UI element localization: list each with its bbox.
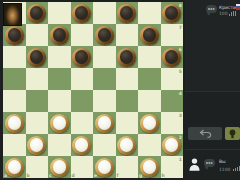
piece-core [75,50,88,63]
square-g2[interactable] [138,134,161,156]
square-h5[interactable]: 5 [161,68,184,90]
square-d8[interactable] [71,2,94,24]
you-avatar[interactable] [189,156,200,169]
rank-label-6: 6 [179,47,182,52]
square-c3[interactable] [48,112,71,134]
dark-piece-d8[interactable] [72,4,91,23]
square-b8[interactable] [26,2,49,24]
square-f7[interactable] [116,24,139,46]
square-e5[interactable] [93,68,116,90]
square-c5[interactable] [48,68,71,90]
square-h2[interactable]: 2 [161,134,184,156]
square-f8[interactable] [116,2,139,24]
flag-icon [236,4,240,10]
checkers-board: 8765432abcdefgh1 [3,2,183,178]
square-g7[interactable] [138,24,161,46]
light-piece-g1[interactable] [140,158,159,177]
piece-core [30,138,43,151]
dark-piece-h8[interactable] [162,4,181,23]
square-f4[interactable] [116,90,139,112]
square-h6[interactable]: 6 [161,46,184,68]
square-e4[interactable] [93,90,116,112]
square-a4[interactable] [3,90,26,112]
piece-core [120,50,133,63]
light-piece-a3[interactable] [5,114,24,133]
square-a1[interactable]: a [3,156,26,178]
piece-core [30,50,43,63]
dark-piece-e7[interactable] [95,26,114,45]
piece-core [165,138,178,151]
square-b6[interactable] [26,46,49,68]
square-f6[interactable] [116,46,139,68]
square-a6[interactable] [3,46,26,68]
rank-label-1: 1 [179,157,182,162]
light-piece-c1[interactable] [50,158,69,177]
square-d3[interactable] [71,112,94,134]
rank-label-5: 5 [179,69,182,74]
square-c7[interactable] [48,24,71,46]
piece-core [53,28,66,41]
opponent-chat-bubble-icon[interactable] [206,5,217,13]
square-a5[interactable] [3,68,26,90]
rank-label-7: 7 [179,25,182,30]
square-e3[interactable] [93,112,116,134]
divider [185,91,240,92]
rank-label-3: 3 [179,113,182,118]
sidebar [185,0,240,180]
undo-move-button[interactable] [188,127,222,140]
light-piece-e1[interactable] [95,158,114,177]
square-h8[interactable]: 8 [161,2,184,24]
square-e2[interactable] [93,134,116,156]
light-piece-f2[interactable] [117,136,136,155]
square-b3[interactable] [26,112,49,134]
square-g5[interactable] [138,68,161,90]
piece-core [98,28,111,41]
light-piece-g3[interactable] [140,114,159,133]
square-e6[interactable] [93,46,116,68]
piece-core [143,116,156,129]
light-piece-b2[interactable] [27,136,46,155]
piece-core [143,160,156,173]
hint-button[interactable] [225,127,240,140]
piece-core [165,50,178,63]
file-label-b: b [27,173,30,178]
square-e1[interactable]: e [93,156,116,178]
square-h1[interactable]: h1 [161,156,184,178]
piece-core [165,6,178,19]
ellipsis-dots [206,162,207,163]
you-chat-bubble-icon[interactable] [204,159,215,167]
file-label-h: h [162,173,165,178]
opponent-rating-bars-icon [229,11,236,16]
rank-label-8: 8 [179,3,182,8]
square-d4[interactable] [71,90,94,112]
piece-core [75,138,88,151]
square-f5[interactable] [116,68,139,90]
dark-piece-b6[interactable] [27,48,46,67]
dark-piece-a7[interactable] [5,26,24,45]
square-a7[interactable] [3,24,26,46]
square-d1[interactable]: d [71,156,94,178]
square-b5[interactable] [26,68,49,90]
square-h4[interactable]: 4 [161,90,184,112]
square-h7[interactable]: 7 [161,24,184,46]
piece-core [30,6,43,19]
piece-core [143,28,156,41]
piece-core [98,160,111,173]
you-rating: 1100 [219,167,230,172]
square-d2[interactable] [71,134,94,156]
square-d6[interactable] [71,46,94,68]
square-b2[interactable] [26,134,49,156]
divider [185,149,240,150]
you-rating-bars-icon [233,166,240,171]
piece-core [8,116,21,129]
light-piece-h2[interactable] [162,136,181,155]
piece-core [120,6,133,19]
opponent-avatar[interactable] [3,3,22,26]
square-c2[interactable] [48,134,71,156]
person-icon [189,158,200,171]
light-piece-a1[interactable] [5,158,24,177]
square-f2[interactable] [116,134,139,156]
square-e7[interactable] [93,24,116,46]
square-c1[interactable]: c [48,156,71,178]
file-label-f: f [117,173,119,178]
square-g1[interactable]: g [138,156,161,178]
square-g6[interactable] [138,46,161,68]
square-g4[interactable] [138,90,161,112]
light-piece-e3[interactable] [95,114,114,133]
lightbulb-icon [229,129,236,139]
you-name: Вы [219,159,226,164]
light-piece-d2[interactable] [72,136,91,155]
piece-core [120,138,133,151]
square-c8[interactable] [48,2,71,24]
dark-piece-g7[interactable] [140,26,159,45]
square-e8[interactable] [93,2,116,24]
square-h3[interactable]: 3 [161,112,184,134]
square-d7[interactable] [71,24,94,46]
piece-core [8,28,21,41]
square-b7[interactable] [26,24,49,46]
dark-piece-f8[interactable] [117,4,136,23]
square-a2[interactable] [3,134,26,156]
light-piece-c3[interactable] [50,114,69,133]
square-g8[interactable] [138,2,161,24]
dark-piece-h6[interactable] [162,48,181,67]
undo-arrow-icon [199,129,212,138]
rank-label-2: 2 [179,135,182,140]
square-c6[interactable] [48,46,71,68]
dark-piece-f6[interactable] [117,48,136,67]
piece-core [53,160,66,173]
dark-piece-b8[interactable] [27,4,46,23]
opponent-rating: 100 [219,11,228,16]
square-g3[interactable] [138,112,161,134]
piece-core [8,160,21,173]
square-a3[interactable] [3,112,26,134]
square-b1[interactable]: b [26,156,49,178]
ellipsis-dots [208,8,209,9]
piece-core [53,116,66,129]
square-b4[interactable] [26,90,49,112]
piece-core [75,6,88,19]
file-label-d: d [72,173,75,178]
dark-piece-c7[interactable] [50,26,69,45]
piece-core [98,116,111,129]
square-c4[interactable] [48,90,71,112]
square-f1[interactable]: f [116,156,139,178]
dark-piece-d6[interactable] [72,48,91,67]
rank-label-4: 4 [179,91,182,96]
square-d5[interactable] [71,68,94,90]
square-f3[interactable] [116,112,139,134]
